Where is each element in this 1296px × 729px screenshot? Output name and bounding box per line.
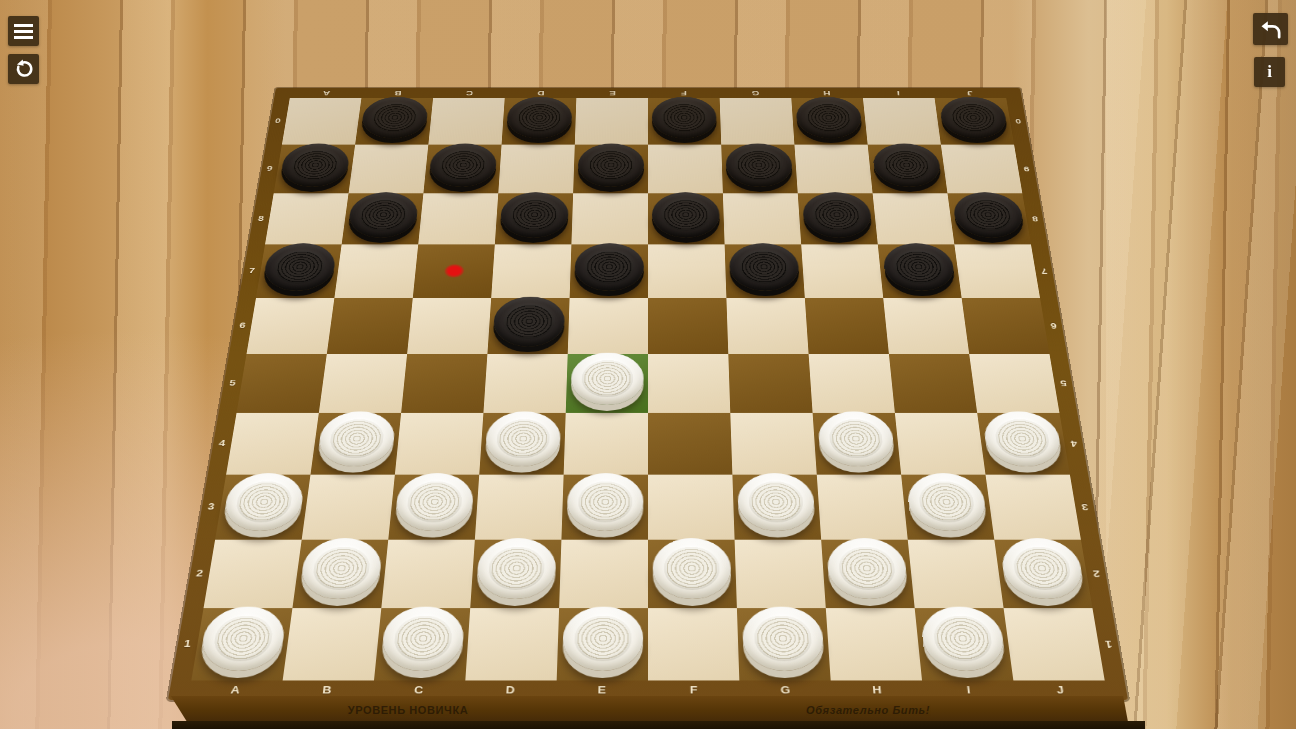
black-checker-j8[interactable] [951, 192, 1025, 237]
square-f9[interactable] [648, 145, 723, 194]
square-e4[interactable] [564, 413, 648, 475]
square-j6[interactable] [962, 298, 1050, 354]
square-e8[interactable] [571, 193, 648, 244]
refresh-button[interactable] [8, 54, 39, 84]
square-g5[interactable] [728, 354, 812, 413]
square-i5[interactable] [889, 354, 977, 413]
black-checker-b8[interactable] [347, 192, 420, 237]
square-h9[interactable] [794, 145, 872, 194]
white-checker-d4[interactable] [484, 411, 561, 466]
black-checker-c9[interactable] [428, 144, 498, 187]
level-label: УРОВЕНЬ НОВИЧКА [348, 704, 469, 716]
square-c9[interactable] [423, 145, 501, 194]
black-checker-h10[interactable] [795, 97, 863, 138]
square-b4[interactable] [310, 413, 401, 475]
white-checker-a1[interactable] [198, 607, 288, 671]
black-checker-e9[interactable] [577, 144, 644, 187]
square-c7[interactable] [413, 244, 495, 297]
square-h6[interactable] [805, 298, 889, 354]
square-a5[interactable] [237, 354, 327, 413]
square-e3[interactable] [561, 475, 648, 540]
square-d9[interactable] [498, 145, 575, 194]
square-i6[interactable] [883, 298, 969, 354]
square-g8[interactable] [723, 193, 801, 244]
black-checker-f10[interactable] [652, 97, 717, 138]
black-checker-d10[interactable] [506, 97, 573, 138]
black-checker-f8[interactable] [652, 192, 720, 237]
black-checker-h8[interactable] [802, 192, 873, 237]
white-checker-j4[interactable] [981, 411, 1063, 466]
black-checker-g9[interactable] [725, 144, 793, 187]
white-checker-b4[interactable] [316, 411, 397, 466]
square-f8[interactable] [648, 193, 725, 244]
square-j10[interactable] [935, 98, 1015, 145]
square-c8[interactable] [418, 193, 498, 244]
square-i2[interactable] [908, 540, 1004, 609]
square-f6[interactable] [648, 298, 728, 354]
frame-corner [1005, 88, 1022, 98]
square-j7[interactable] [954, 244, 1040, 297]
square-i7[interactable] [878, 244, 962, 297]
square-a4[interactable] [226, 413, 319, 475]
square-d10[interactable] [502, 98, 577, 145]
square-b3[interactable] [302, 475, 395, 540]
square-d6[interactable] [487, 298, 569, 354]
square-e10[interactable] [575, 98, 648, 145]
white-checker-a3[interactable] [221, 473, 306, 531]
square-h8[interactable] [798, 193, 878, 244]
column-label-top-a: A [290, 88, 363, 98]
undo-button[interactable] [1253, 13, 1288, 45]
black-checker-i9[interactable] [872, 144, 943, 187]
square-g7[interactable] [725, 244, 805, 297]
white-checker-c1[interactable] [380, 607, 466, 671]
square-i3[interactable] [901, 475, 994, 540]
black-checker-e7[interactable] [574, 243, 644, 290]
black-checker-b10[interactable] [360, 97, 429, 138]
board-bottom-shadow [172, 721, 1145, 729]
square-e5[interactable] [566, 354, 648, 413]
info-icon: i [1267, 62, 1272, 82]
square-d4[interactable] [479, 413, 565, 475]
square-d7[interactable] [491, 244, 571, 297]
hamburger-icon [14, 24, 33, 39]
black-checker-i7[interactable] [882, 243, 957, 290]
board-front-face: УРОВЕНЬ НОВИЧКА Обязательно Бить! [166, 696, 1128, 722]
square-d5[interactable] [483, 354, 567, 413]
square-h5[interactable] [809, 354, 895, 413]
white-checker-c3[interactable] [394, 473, 475, 531]
black-checker-d8[interactable] [499, 192, 569, 237]
square-b6[interactable] [327, 298, 413, 354]
square-a7[interactable] [256, 244, 342, 297]
square-e2[interactable] [559, 540, 648, 609]
square-c10[interactable] [428, 98, 504, 145]
restart-circular-arrow-icon [14, 59, 34, 79]
black-checker-d6[interactable] [492, 297, 565, 347]
square-f7[interactable] [648, 244, 726, 297]
square-j4[interactable] [977, 413, 1070, 475]
square-g4[interactable] [730, 413, 816, 475]
square-a6[interactable] [247, 298, 335, 354]
white-checker-h2[interactable] [826, 538, 909, 599]
square-g6[interactable] [726, 298, 808, 354]
square-h10[interactable] [791, 98, 867, 145]
square-b10[interactable] [355, 98, 433, 145]
column-label-top-i: I [862, 88, 935, 98]
square-a2[interactable] [204, 540, 302, 609]
square-g3[interactable] [732, 475, 821, 540]
column-label-top-c: C [433, 88, 505, 98]
square-h3[interactable] [817, 475, 908, 540]
square-d8[interactable] [495, 193, 573, 244]
white-checker-b2[interactable] [298, 538, 383, 599]
black-checker-j10[interactable] [938, 97, 1009, 138]
square-a1[interactable] [191, 608, 292, 680]
black-checker-a9[interactable] [279, 144, 351, 187]
white-checker-j2[interactable] [999, 538, 1086, 599]
square-i9[interactable] [868, 145, 948, 194]
square-b1[interactable] [283, 608, 382, 680]
square-i4[interactable] [895, 413, 986, 475]
white-checker-e5[interactable] [570, 353, 643, 405]
square-c1[interactable] [374, 608, 470, 680]
white-checker-i3[interactable] [906, 473, 989, 531]
square-e6[interactable] [568, 298, 648, 354]
white-checker-i1[interactable] [919, 607, 1007, 671]
undo-arrow-icon [1260, 20, 1282, 39]
square-d1[interactable] [465, 608, 559, 680]
column-label-top-e: E [576, 88, 648, 98]
mandatory-capture-label: Обязательно Бить! [806, 704, 930, 716]
menu-button[interactable] [8, 16, 39, 46]
white-checker-e1[interactable] [562, 607, 643, 671]
square-f5[interactable] [648, 354, 730, 413]
square-h1[interactable] [826, 608, 922, 680]
square-h4[interactable] [813, 413, 902, 475]
white-checker-h4[interactable] [817, 411, 896, 466]
square-j1[interactable] [1004, 608, 1105, 680]
square-c4[interactable] [395, 413, 484, 475]
board-grid: ABCDEFGHIJ00998877665544332211ABCDEFGHIJ [168, 88, 1128, 700]
square-f3[interactable] [648, 475, 735, 540]
square-g9[interactable] [721, 145, 798, 194]
square-b5[interactable] [319, 354, 407, 413]
white-checker-d2[interactable] [476, 538, 557, 599]
square-c6[interactable] [407, 298, 491, 354]
white-checker-g3[interactable] [737, 473, 816, 531]
square-j9[interactable] [941, 145, 1022, 194]
square-j8[interactable] [947, 193, 1031, 244]
frame-corner [274, 88, 291, 98]
column-label-top-g: G [719, 88, 791, 98]
wooden-floor-background: ABCDEFGHIJ00998877665544332211ABCDEFGHIJ… [0, 0, 1296, 729]
square-e9[interactable] [573, 145, 648, 194]
square-i10[interactable] [863, 98, 941, 145]
square-a9[interactable] [274, 145, 355, 194]
square-c2[interactable] [381, 540, 475, 609]
square-e1[interactable] [557, 608, 648, 680]
square-h7[interactable] [801, 244, 883, 297]
square-d3[interactable] [475, 475, 564, 540]
black-checker-a7[interactable] [261, 243, 337, 290]
square-f2[interactable] [648, 540, 737, 609]
square-a10[interactable] [282, 98, 362, 145]
square-b8[interactable] [342, 193, 424, 244]
capture-hint-dot [444, 264, 465, 278]
square-h2[interactable] [821, 540, 915, 609]
square-f4[interactable] [648, 413, 732, 475]
checkers-board: ABCDEFGHIJ00998877665544332211ABCDEFGHIJ [168, 88, 1128, 700]
black-checker-g7[interactable] [729, 243, 800, 290]
white-checker-g1[interactable] [742, 607, 825, 671]
white-checker-e3[interactable] [566, 473, 643, 531]
square-i8[interactable] [873, 193, 955, 244]
square-j2[interactable] [994, 540, 1092, 609]
square-e7[interactable] [570, 244, 648, 297]
square-d2[interactable] [470, 540, 561, 609]
square-c3[interactable] [388, 475, 479, 540]
square-g10[interactable] [720, 98, 795, 145]
square-f10[interactable] [648, 98, 721, 145]
square-b7[interactable] [334, 244, 418, 297]
white-checker-f2[interactable] [653, 538, 732, 599]
square-j5[interactable] [969, 354, 1059, 413]
square-i1[interactable] [915, 608, 1014, 680]
square-g2[interactable] [735, 540, 826, 609]
info-button[interactable]: i [1254, 57, 1285, 87]
square-a3[interactable] [215, 475, 310, 540]
square-b9[interactable] [349, 145, 429, 194]
square-c5[interactable] [401, 354, 487, 413]
square-b2[interactable] [292, 540, 388, 609]
square-f1[interactable] [648, 608, 739, 680]
square-j3[interactable] [986, 475, 1081, 540]
square-a8[interactable] [265, 193, 349, 244]
square-g1[interactable] [737, 608, 831, 680]
